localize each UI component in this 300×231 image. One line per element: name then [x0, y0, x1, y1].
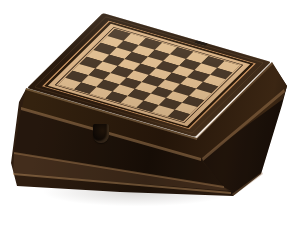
product-photo	[0, 0, 300, 231]
front-clasp	[93, 124, 109, 143]
